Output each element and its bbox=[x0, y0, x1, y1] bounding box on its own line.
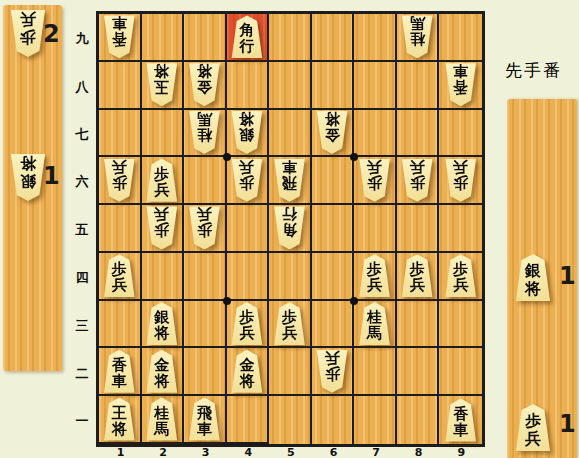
piece-body: 香車 bbox=[102, 15, 136, 58]
rank-label-三: 三 bbox=[71, 317, 93, 335]
square-2-5[interactable]: 歩兵 bbox=[142, 205, 185, 253]
square-7-4[interactable]: 歩兵 bbox=[354, 253, 397, 301]
gote-piece-銀将[interactable]: 銀将 bbox=[514, 254, 552, 301]
piece-kanji: 香車 bbox=[112, 15, 127, 53]
sente-piece-銀将[interactable]: 銀将 bbox=[9, 154, 47, 201]
gote-piece-飛車[interactable]: 飛車 bbox=[187, 398, 221, 441]
rank-label-六: 六 bbox=[71, 173, 93, 191]
square-7-9[interactable] bbox=[354, 14, 397, 62]
piece-kanji: 歩兵 bbox=[410, 254, 425, 293]
piece-body: 角行 bbox=[230, 15, 264, 58]
gote-piece-王将[interactable]: 王将 bbox=[102, 398, 136, 441]
square-9-9[interactable] bbox=[439, 14, 482, 62]
captured-count: 2 bbox=[43, 20, 60, 48]
gote-piece-歩兵[interactable]: 歩兵 bbox=[272, 302, 306, 345]
square-7-6[interactable]: 歩兵 bbox=[354, 157, 397, 205]
piece-kanji: 角行 bbox=[239, 15, 254, 54]
piece-body: 香車 bbox=[444, 399, 478, 442]
square-3-6[interactable] bbox=[184, 157, 227, 205]
sente-piece-歩兵[interactable]: 歩兵 bbox=[444, 159, 478, 202]
square-1-1[interactable]: 王将 bbox=[99, 396, 142, 444]
square-6-7[interactable]: 金将 bbox=[312, 110, 355, 158]
piece-kanji: 歩兵 bbox=[239, 302, 254, 341]
square-1-4[interactable]: 歩兵 bbox=[99, 253, 142, 301]
square-2-9[interactable] bbox=[142, 14, 185, 62]
sente-piece-金将[interactable]: 金将 bbox=[315, 111, 349, 154]
square-4-1[interactable] bbox=[227, 396, 270, 444]
piece-kanji: 歩兵 bbox=[453, 254, 468, 293]
piece-body: 歩兵 bbox=[9, 10, 47, 57]
piece-body: 歩兵 bbox=[230, 159, 264, 202]
piece-body: 銀将 bbox=[230, 111, 264, 154]
square-6-6[interactable] bbox=[312, 157, 355, 205]
piece-kanji: 飛車 bbox=[282, 159, 297, 197]
piece-body: 金将 bbox=[230, 350, 264, 393]
gote-piece-歩兵[interactable]: 歩兵 bbox=[358, 254, 392, 297]
square-1-3[interactable] bbox=[99, 301, 142, 349]
piece-body: 歩兵 bbox=[400, 254, 434, 297]
gote-piece-銀将[interactable]: 銀将 bbox=[145, 302, 179, 345]
square-2-2[interactable]: 金将 bbox=[142, 348, 185, 396]
square-8-1[interactable] bbox=[397, 396, 440, 444]
piece-body: 金将 bbox=[187, 63, 221, 106]
square-6-5[interactable] bbox=[312, 205, 355, 253]
sente-piece-歩兵[interactable]: 歩兵 bbox=[102, 159, 136, 202]
square-9-5[interactable] bbox=[439, 205, 482, 253]
square-6-8[interactable] bbox=[312, 62, 355, 110]
sente-piece-桂馬[interactable]: 桂馬 bbox=[187, 111, 221, 154]
square-6-9[interactable] bbox=[312, 14, 355, 62]
sente-piece-歩兵[interactable]: 歩兵 bbox=[358, 159, 392, 202]
square-8-6[interactable]: 歩兵 bbox=[397, 157, 440, 205]
piece-body: 香車 bbox=[444, 63, 478, 106]
piece-body: 歩兵 bbox=[272, 302, 306, 345]
gote-piece-歩兵[interactable]: 歩兵 bbox=[145, 159, 179, 202]
square-7-3[interactable]: 桂馬 bbox=[354, 301, 397, 349]
sente-piece-歩兵[interactable]: 歩兵 bbox=[187, 206, 221, 249]
captured-count: 1 bbox=[43, 162, 60, 190]
square-5-4[interactable] bbox=[269, 253, 312, 301]
square-1-2[interactable]: 香車 bbox=[99, 348, 142, 396]
square-2-6[interactable]: 歩兵 bbox=[142, 157, 185, 205]
piece-body: 飛車 bbox=[187, 398, 221, 441]
piece-body: 角行 bbox=[272, 206, 306, 249]
square-2-3[interactable]: 銀将 bbox=[142, 301, 185, 349]
square-2-7[interactable] bbox=[142, 110, 185, 158]
piece-kanji: 歩兵 bbox=[112, 159, 127, 197]
star-point bbox=[223, 297, 231, 305]
square-7-1[interactable] bbox=[354, 396, 397, 444]
square-2-8[interactable]: 玉将 bbox=[142, 62, 185, 110]
file-label-2: 2 bbox=[142, 446, 185, 458]
piece-body: 銀将 bbox=[514, 254, 552, 301]
piece-kanji: 金将 bbox=[239, 350, 254, 389]
square-4-8[interactable] bbox=[227, 62, 270, 110]
piece-kanji: 銀将 bbox=[525, 254, 541, 298]
piece-kanji: 歩兵 bbox=[154, 206, 169, 244]
piece-kanji: 金将 bbox=[325, 111, 340, 149]
piece-kanji: 王将 bbox=[112, 398, 127, 437]
piece-body: 歩兵 bbox=[358, 159, 392, 202]
piece-body: 桂馬 bbox=[358, 302, 392, 345]
star-point bbox=[223, 153, 231, 161]
square-3-4[interactable] bbox=[184, 253, 227, 301]
square-9-8[interactable]: 香車 bbox=[439, 62, 482, 110]
square-5-9[interactable] bbox=[269, 14, 312, 62]
piece-kanji: 桂馬 bbox=[197, 111, 212, 149]
square-5-7[interactable] bbox=[269, 110, 312, 158]
square-7-5[interactable] bbox=[354, 205, 397, 253]
piece-body: 銀将 bbox=[9, 154, 47, 201]
square-7-8[interactable] bbox=[354, 62, 397, 110]
square-1-7[interactable] bbox=[99, 110, 142, 158]
sente-piece-歩兵[interactable]: 歩兵 bbox=[315, 350, 349, 393]
piece-body: 飛車 bbox=[272, 159, 306, 202]
piece-kanji: 歩兵 bbox=[239, 159, 254, 197]
square-9-2[interactable] bbox=[439, 348, 482, 396]
square-8-7[interactable] bbox=[397, 110, 440, 158]
square-9-3[interactable] bbox=[439, 301, 482, 349]
square-3-2[interactable] bbox=[184, 348, 227, 396]
square-1-6[interactable]: 歩兵 bbox=[99, 157, 142, 205]
piece-kanji: 歩兵 bbox=[154, 159, 169, 198]
piece-kanji: 銀将 bbox=[239, 111, 254, 149]
star-point bbox=[350, 153, 358, 161]
gote-piece-歩兵[interactable]: 歩兵 bbox=[400, 254, 434, 297]
square-6-3[interactable] bbox=[312, 301, 355, 349]
square-8-3[interactable] bbox=[397, 301, 440, 349]
sente-piece-桂馬[interactable]: 桂馬 bbox=[400, 15, 434, 58]
square-9-6[interactable]: 歩兵 bbox=[439, 157, 482, 205]
piece-body: 玉将 bbox=[145, 63, 179, 106]
gote-piece-歩兵[interactable]: 歩兵 bbox=[444, 254, 478, 297]
file-label-6: 6 bbox=[312, 446, 355, 458]
square-5-2[interactable] bbox=[269, 348, 312, 396]
piece-body: 歩兵 bbox=[102, 254, 136, 297]
square-6-1[interactable] bbox=[312, 396, 355, 444]
piece-kanji: 歩兵 bbox=[525, 404, 541, 448]
square-1-5[interactable] bbox=[99, 205, 142, 253]
gote-piece-歩兵[interactable]: 歩兵 bbox=[514, 404, 552, 451]
square-6-2[interactable]: 歩兵 bbox=[312, 348, 355, 396]
piece-kanji: 歩兵 bbox=[367, 254, 382, 293]
shogi-board: 香車角行桂馬玉将金将香車桂馬銀将金将歩兵歩兵歩兵飛車歩兵歩兵歩兵歩兵歩兵角行歩兵… bbox=[96, 11, 485, 447]
sente-piece-香車[interactable]: 香車 bbox=[102, 15, 136, 58]
piece-body: 歩兵 bbox=[187, 206, 221, 249]
gote-piece-香車[interactable]: 香車 bbox=[444, 399, 478, 442]
square-4-5[interactable] bbox=[227, 205, 270, 253]
square-4-3[interactable]: 歩兵 bbox=[227, 301, 270, 349]
piece-kanji: 桂馬 bbox=[154, 398, 169, 437]
piece-body: 王将 bbox=[102, 398, 136, 441]
piece-kanji: 歩兵 bbox=[325, 350, 340, 388]
piece-kanji: 香車 bbox=[112, 350, 127, 389]
square-5-1[interactable] bbox=[269, 396, 312, 444]
gote-piece-角行[interactable]: 角行 bbox=[230, 15, 264, 58]
piece-body: 歩兵 bbox=[514, 404, 552, 451]
sente-piece-玉将[interactable]: 玉将 bbox=[145, 63, 179, 106]
square-8-9[interactable]: 桂馬 bbox=[397, 14, 440, 62]
square-1-8[interactable] bbox=[99, 62, 142, 110]
square-4-2[interactable]: 金将 bbox=[227, 348, 270, 396]
sente-piece-飛車[interactable]: 飛車 bbox=[272, 159, 306, 202]
square-9-4[interactable]: 歩兵 bbox=[439, 253, 482, 301]
piece-kanji: 歩兵 bbox=[410, 159, 425, 197]
piece-kanji: 歩兵 bbox=[20, 10, 36, 52]
piece-body: 歩兵 bbox=[102, 159, 136, 202]
square-4-7[interactable]: 銀将 bbox=[227, 110, 270, 158]
piece-body: 歩兵 bbox=[400, 159, 434, 202]
square-4-9[interactable]: 角行 bbox=[227, 14, 270, 62]
sente-piece-角行[interactable]: 角行 bbox=[272, 206, 306, 249]
gote-piece-香車[interactable]: 香車 bbox=[102, 350, 136, 393]
piece-kanji: 歩兵 bbox=[197, 206, 212, 244]
square-7-7[interactable] bbox=[354, 110, 397, 158]
piece-kanji: 桂馬 bbox=[410, 15, 425, 53]
square-2-4[interactable] bbox=[142, 253, 185, 301]
piece-kanji: 桂馬 bbox=[367, 302, 382, 341]
sente-piece-香車[interactable]: 香車 bbox=[444, 63, 478, 106]
file-label-5: 5 bbox=[269, 446, 312, 458]
rank-label-九: 九 bbox=[71, 30, 93, 48]
rank-label-一: 一 bbox=[71, 412, 93, 430]
sente-piece-銀将[interactable]: 銀将 bbox=[230, 111, 264, 154]
piece-body: 歩兵 bbox=[358, 254, 392, 297]
square-7-2[interactable] bbox=[354, 348, 397, 396]
square-1-9[interactable]: 香車 bbox=[99, 14, 142, 62]
gote-piece-桂馬[interactable]: 桂馬 bbox=[358, 302, 392, 345]
board-grid: 香車角行桂馬玉将金将香車桂馬銀将金将歩兵歩兵歩兵飛車歩兵歩兵歩兵歩兵歩兵角行歩兵… bbox=[99, 14, 482, 444]
piece-kanji: 香車 bbox=[453, 399, 468, 438]
square-4-4[interactable] bbox=[227, 253, 270, 301]
piece-kanji: 銀将 bbox=[20, 154, 36, 196]
gote-piece-金将[interactable]: 金将 bbox=[230, 350, 264, 393]
piece-body: 歩兵 bbox=[145, 159, 179, 202]
square-4-6[interactable]: 歩兵 bbox=[227, 157, 270, 205]
piece-body: 金将 bbox=[145, 350, 179, 393]
sente-piece-金将[interactable]: 金将 bbox=[187, 63, 221, 106]
piece-body: 歩兵 bbox=[230, 302, 264, 345]
square-9-1[interactable]: 香車 bbox=[439, 396, 482, 444]
square-5-8[interactable] bbox=[269, 62, 312, 110]
piece-body: 歩兵 bbox=[444, 254, 478, 297]
sente-piece-歩兵[interactable]: 歩兵 bbox=[145, 206, 179, 249]
square-2-1[interactable]: 桂馬 bbox=[142, 396, 185, 444]
square-9-7[interactable] bbox=[439, 110, 482, 158]
piece-body: 桂馬 bbox=[400, 15, 434, 58]
file-label-1: 1 bbox=[99, 446, 142, 458]
square-5-3[interactable]: 歩兵 bbox=[269, 301, 312, 349]
square-3-1[interactable]: 飛車 bbox=[184, 396, 227, 444]
piece-body: 金将 bbox=[315, 111, 349, 154]
star-point bbox=[350, 297, 358, 305]
piece-kanji: 歩兵 bbox=[453, 159, 468, 197]
piece-kanji: 金将 bbox=[197, 63, 212, 101]
square-6-4[interactable] bbox=[312, 253, 355, 301]
piece-kanji: 歩兵 bbox=[367, 159, 382, 197]
file-label-9: 9 bbox=[440, 446, 483, 458]
piece-kanji: 銀将 bbox=[154, 302, 169, 341]
file-label-4: 4 bbox=[227, 446, 270, 458]
square-3-9[interactable] bbox=[184, 14, 227, 62]
piece-body: 桂馬 bbox=[187, 111, 221, 154]
piece-kanji: 歩兵 bbox=[112, 254, 127, 293]
rank-label-五: 五 bbox=[71, 221, 93, 239]
piece-body: 歩兵 bbox=[315, 350, 349, 393]
gote-piece-歩兵[interactable]: 歩兵 bbox=[230, 302, 264, 345]
sente-piece-歩兵[interactable]: 歩兵 bbox=[230, 159, 264, 202]
rank-label-七: 七 bbox=[71, 126, 93, 144]
square-8-8[interactable] bbox=[397, 62, 440, 110]
piece-kanji: 玉将 bbox=[154, 63, 169, 101]
piece-body: 桂馬 bbox=[145, 398, 179, 441]
captured-count: 1 bbox=[559, 262, 576, 290]
turn-indicator: 先手番 bbox=[505, 59, 577, 82]
square-3-5[interactable]: 歩兵 bbox=[184, 205, 227, 253]
piece-body: 香車 bbox=[102, 350, 136, 393]
file-label-7: 7 bbox=[355, 446, 398, 458]
piece-kanji: 香車 bbox=[453, 63, 468, 101]
square-5-5[interactable]: 角行 bbox=[269, 205, 312, 253]
square-3-8[interactable]: 金将 bbox=[184, 62, 227, 110]
piece-body: 銀将 bbox=[145, 302, 179, 345]
gote-piece-金将[interactable]: 金将 bbox=[145, 350, 179, 393]
piece-body: 歩兵 bbox=[444, 159, 478, 202]
square-8-2[interactable] bbox=[397, 348, 440, 396]
square-3-3[interactable] bbox=[184, 301, 227, 349]
gote-piece-歩兵[interactable]: 歩兵 bbox=[102, 254, 136, 297]
piece-kanji: 歩兵 bbox=[282, 302, 297, 341]
captured-count: 1 bbox=[559, 410, 576, 438]
piece-kanji: 金将 bbox=[154, 350, 169, 389]
piece-kanji: 角行 bbox=[282, 206, 297, 244]
piece-body: 歩兵 bbox=[145, 206, 179, 249]
file-label-8: 8 bbox=[397, 446, 440, 458]
piece-kanji: 飛車 bbox=[197, 398, 212, 437]
file-label-3: 3 bbox=[184, 446, 227, 458]
square-5-6[interactable]: 飛車 bbox=[269, 157, 312, 205]
square-8-4[interactable]: 歩兵 bbox=[397, 253, 440, 301]
rank-label-二: 二 bbox=[71, 365, 93, 383]
sente-piece-歩兵[interactable]: 歩兵 bbox=[9, 10, 47, 57]
gote-piece-桂馬[interactable]: 桂馬 bbox=[145, 398, 179, 441]
rank-label-四: 四 bbox=[71, 269, 93, 287]
rank-label-八: 八 bbox=[71, 78, 93, 96]
square-8-5[interactable] bbox=[397, 205, 440, 253]
sente-piece-歩兵[interactable]: 歩兵 bbox=[400, 159, 434, 202]
square-3-7[interactable]: 桂馬 bbox=[184, 110, 227, 158]
